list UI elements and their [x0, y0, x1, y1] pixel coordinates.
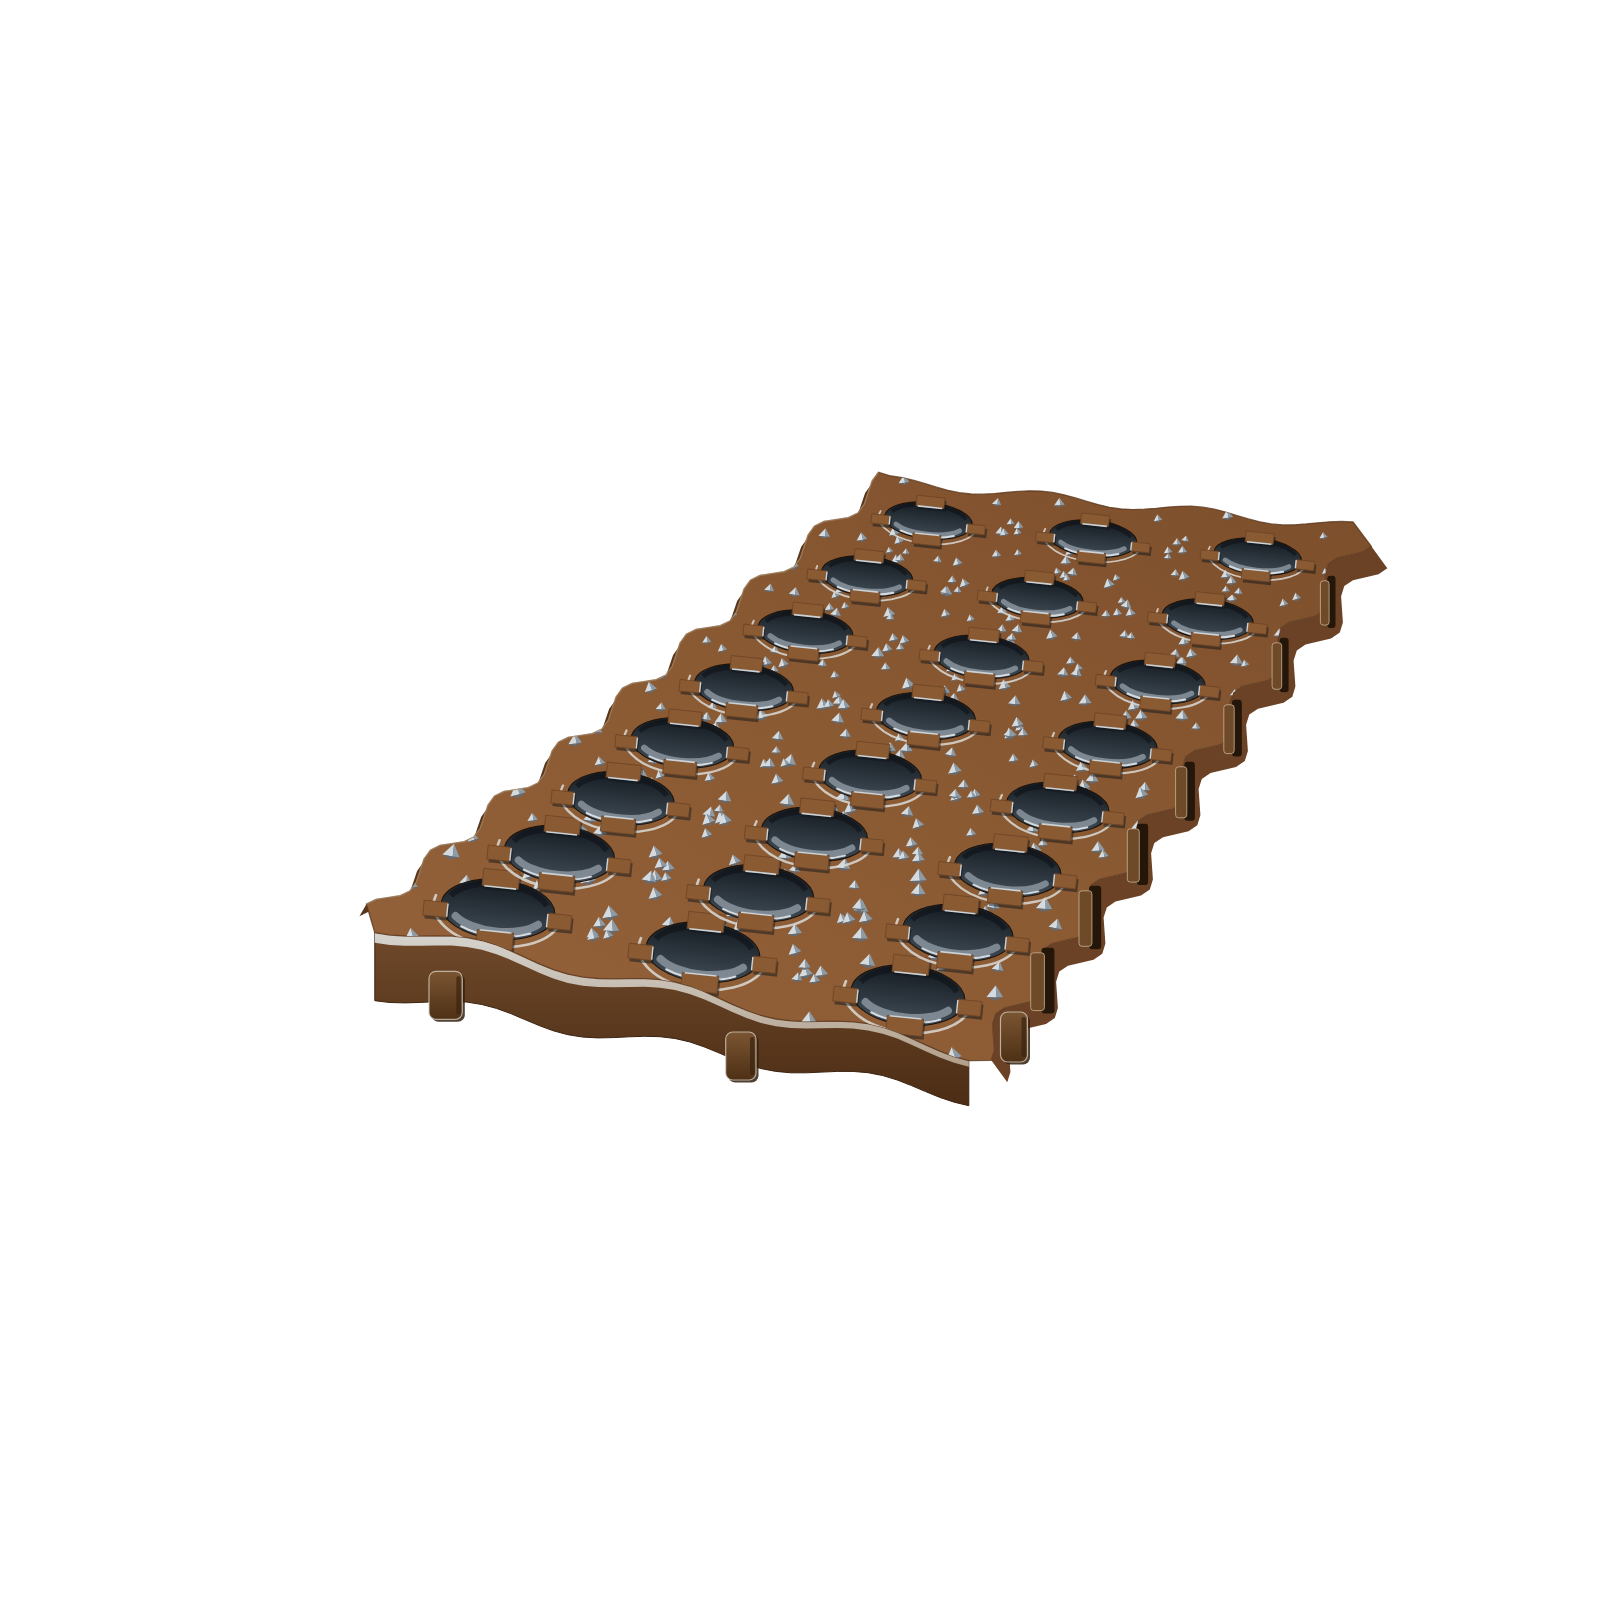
edge-connector-tab [1224, 700, 1242, 757]
connector-clip [429, 971, 465, 1022]
edge-connector-tab [1320, 576, 1335, 628]
edge-connector-tab [1127, 824, 1148, 885]
edge-connector-tab [1031, 948, 1055, 1014]
edge-connector-tab [1079, 886, 1101, 950]
edge-connector-tab [1272, 638, 1289, 693]
connector-clip [1001, 1012, 1031, 1065]
edge-connector-tab [1176, 762, 1195, 821]
product-render [0, 0, 1600, 1600]
connector-clip [726, 1032, 759, 1083]
panel-svg [0, 0, 1600, 1600]
canvas [0, 0, 1600, 1600]
